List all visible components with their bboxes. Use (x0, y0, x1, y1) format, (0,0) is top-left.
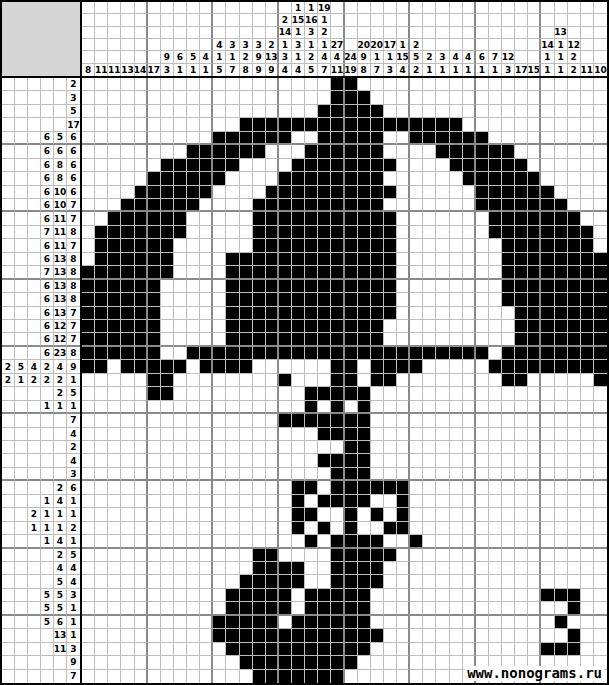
grid-cell[interactable] (253, 387, 266, 400)
grid-cell[interactable] (450, 307, 463, 320)
grid-cell[interactable] (226, 266, 239, 279)
grid-cell[interactable] (450, 266, 463, 279)
grid-cell[interactable] (266, 670, 279, 683)
grid-cell[interactable] (397, 320, 410, 333)
grid-cell[interactable] (331, 293, 344, 306)
grid-cell[interactable] (489, 522, 502, 535)
grid-cell[interactable] (318, 549, 331, 562)
grid-cell[interactable] (384, 656, 397, 669)
grid-cell[interactable] (450, 549, 463, 562)
grid-cell[interactable] (95, 172, 108, 185)
grid-cell[interactable] (108, 481, 121, 494)
grid-cell[interactable] (108, 333, 121, 346)
grid-cell[interactable] (174, 629, 187, 642)
grid-cell[interactable] (371, 522, 384, 535)
grid-cell[interactable] (108, 118, 121, 131)
grid-cell[interactable] (253, 522, 266, 535)
grid-cell[interactable] (358, 347, 371, 360)
grid-cell[interactable] (161, 428, 174, 441)
grid-cell[interactable] (240, 387, 253, 400)
grid-cell[interactable] (555, 266, 568, 279)
grid-cell[interactable] (423, 226, 436, 239)
grid-cell[interactable] (358, 199, 371, 212)
grid-cell[interactable] (397, 629, 410, 642)
grid-cell[interactable] (174, 602, 187, 615)
grid-cell[interactable] (135, 199, 148, 212)
grid-cell[interactable] (489, 360, 502, 373)
grid-cell[interactable] (397, 347, 410, 360)
grid-cell[interactable] (174, 132, 187, 145)
grid-cell[interactable] (253, 535, 266, 548)
grid-cell[interactable] (502, 374, 515, 387)
grid-cell[interactable] (358, 280, 371, 293)
grid-cell[interactable] (463, 374, 476, 387)
grid-cell[interactable] (515, 132, 528, 145)
grid-cell[interactable] (331, 347, 344, 360)
grid-cell[interactable] (541, 105, 554, 118)
grid-cell[interactable] (581, 481, 594, 494)
grid-cell[interactable] (397, 360, 410, 373)
grid-cell[interactable] (161, 199, 174, 212)
grid-cell[interactable] (187, 159, 200, 172)
grid-cell[interactable] (253, 186, 266, 199)
grid-cell[interactable] (568, 293, 581, 306)
grid-cell[interactable] (436, 132, 449, 145)
grid-cell[interactable] (345, 132, 358, 145)
grid-cell[interactable] (174, 105, 187, 118)
grid-cell[interactable] (515, 212, 528, 225)
grid-cell[interactable] (515, 575, 528, 588)
grid-cell[interactable] (581, 602, 594, 615)
grid-cell[interactable] (292, 360, 305, 373)
grid-cell[interactable] (253, 347, 266, 360)
grid-cell[interactable] (253, 468, 266, 481)
grid-cell[interactable] (568, 481, 581, 494)
grid-cell[interactable] (555, 602, 568, 615)
grid-cell[interactable] (410, 374, 423, 387)
grid-cell[interactable] (541, 145, 554, 158)
grid-cell[interactable] (240, 347, 253, 360)
grid-cell[interactable] (581, 347, 594, 360)
grid-cell[interactable] (318, 428, 331, 441)
grid-cell[interactable] (489, 495, 502, 508)
grid-cell[interactable] (555, 508, 568, 521)
grid-cell[interactable] (240, 118, 253, 131)
grid-cell[interactable] (187, 333, 200, 346)
grid-cell[interactable] (253, 199, 266, 212)
grid-cell[interactable] (95, 347, 108, 360)
grid-cell[interactable] (331, 656, 344, 669)
grid-cell[interactable] (187, 616, 200, 629)
grid-cell[interactable] (187, 145, 200, 158)
grid-cell[interactable] (541, 535, 554, 548)
grid-cell[interactable] (502, 307, 515, 320)
grid-cell[interactable] (358, 387, 371, 400)
grid-cell[interactable] (161, 132, 174, 145)
grid-cell[interactable] (541, 575, 554, 588)
grid-cell[interactable] (331, 549, 344, 562)
grid-cell[interactable] (121, 656, 134, 669)
grid-cell[interactable] (266, 91, 279, 104)
grid-cell[interactable] (108, 401, 121, 414)
grid-cell[interactable] (371, 549, 384, 562)
grid-cell[interactable] (174, 199, 187, 212)
grid-cell[interactable] (581, 575, 594, 588)
grid-cell[interactable] (121, 212, 134, 225)
grid-cell[interactable] (253, 118, 266, 131)
grid-cell[interactable] (476, 441, 489, 454)
grid-cell[interactable] (95, 575, 108, 588)
grid-cell[interactable] (279, 280, 292, 293)
grid-cell[interactable] (450, 253, 463, 266)
grid-cell[interactable] (174, 118, 187, 131)
grid-cell[interactable] (528, 132, 541, 145)
grid-cell[interactable] (358, 589, 371, 602)
grid-cell[interactable] (476, 589, 489, 602)
grid-cell[interactable] (213, 428, 226, 441)
grid-cell[interactable] (410, 226, 423, 239)
grid-cell[interactable] (528, 159, 541, 172)
grid-cell[interactable] (292, 91, 305, 104)
grid-cell[interactable] (568, 253, 581, 266)
grid-cell[interactable] (331, 374, 344, 387)
grid-cell[interactable] (463, 562, 476, 575)
grid-cell[interactable] (581, 105, 594, 118)
grid-cell[interactable] (318, 575, 331, 588)
grid-cell[interactable] (436, 656, 449, 669)
grid-cell[interactable] (345, 468, 358, 481)
grid-cell[interactable] (450, 481, 463, 494)
grid-cell[interactable] (148, 145, 161, 158)
grid-cell[interactable] (410, 616, 423, 629)
grid-cell[interactable] (213, 481, 226, 494)
grid-cell[interactable] (555, 535, 568, 548)
grid-cell[interactable] (82, 118, 95, 131)
grid-cell[interactable] (305, 145, 318, 158)
grid-cell[interactable] (82, 333, 95, 346)
grid-cell[interactable] (423, 253, 436, 266)
grid-cell[interactable] (581, 78, 594, 91)
grid-cell[interactable] (200, 266, 213, 279)
grid-cell[interactable] (358, 91, 371, 104)
grid-cell[interactable] (476, 575, 489, 588)
grid-cell[interactable] (305, 616, 318, 629)
grid-cell[interactable] (528, 172, 541, 185)
grid-cell[interactable] (345, 78, 358, 91)
grid-cell[interactable] (594, 602, 607, 615)
grid-cell[interactable] (371, 562, 384, 575)
grid-cell[interactable] (555, 374, 568, 387)
grid-cell[interactable] (135, 535, 148, 548)
grid-cell[interactable] (148, 616, 161, 629)
grid-cell[interactable] (555, 414, 568, 427)
grid-cell[interactable] (358, 374, 371, 387)
grid-cell[interactable] (108, 454, 121, 467)
grid-cell[interactable] (95, 602, 108, 615)
grid-cell[interactable] (82, 549, 95, 562)
grid-cell[interactable] (476, 374, 489, 387)
grid-cell[interactable] (82, 226, 95, 239)
grid-cell[interactable] (305, 575, 318, 588)
grid-cell[interactable] (121, 172, 134, 185)
grid-cell[interactable] (541, 602, 554, 615)
grid-cell[interactable] (266, 589, 279, 602)
grid-cell[interactable] (423, 401, 436, 414)
grid-cell[interactable] (345, 629, 358, 642)
grid-cell[interactable] (292, 616, 305, 629)
grid-cell[interactable] (266, 562, 279, 575)
grid-cell[interactable] (410, 320, 423, 333)
grid-cell[interactable] (384, 145, 397, 158)
grid-cell[interactable] (436, 401, 449, 414)
grid-cell[interactable] (135, 414, 148, 427)
grid-cell[interactable] (384, 253, 397, 266)
grid-cell[interactable] (463, 159, 476, 172)
grid-cell[interactable] (200, 562, 213, 575)
grid-cell[interactable] (82, 266, 95, 279)
grid-cell[interactable] (187, 602, 200, 615)
grid-cell[interactable] (345, 91, 358, 104)
grid-cell[interactable] (266, 549, 279, 562)
grid-cell[interactable] (213, 186, 226, 199)
grid-cell[interactable] (397, 401, 410, 414)
grid-cell[interactable] (318, 280, 331, 293)
grid-cell[interactable] (515, 333, 528, 346)
grid-cell[interactable] (384, 549, 397, 562)
grid-cell[interactable] (436, 535, 449, 548)
grid-cell[interactable] (108, 78, 121, 91)
grid-cell[interactable] (371, 441, 384, 454)
grid-cell[interactable] (82, 629, 95, 642)
grid-cell[interactable] (174, 481, 187, 494)
grid-cell[interactable] (200, 387, 213, 400)
grid-cell[interactable] (161, 226, 174, 239)
grid-cell[interactable] (568, 535, 581, 548)
grid-cell[interactable] (240, 549, 253, 562)
grid-cell[interactable] (305, 333, 318, 346)
grid-cell[interactable] (174, 186, 187, 199)
grid-cell[interactable] (528, 616, 541, 629)
grid-cell[interactable] (594, 307, 607, 320)
grid-cell[interactable] (82, 468, 95, 481)
grid-cell[interactable] (489, 293, 502, 306)
grid-cell[interactable] (318, 401, 331, 414)
grid-cell[interactable] (135, 91, 148, 104)
grid-cell[interactable] (568, 320, 581, 333)
grid-cell[interactable] (384, 212, 397, 225)
grid-cell[interactable] (450, 575, 463, 588)
grid-cell[interactable] (148, 159, 161, 172)
grid-cell[interactable] (279, 656, 292, 669)
grid-cell[interactable] (161, 307, 174, 320)
grid-cell[interactable] (384, 172, 397, 185)
grid-cell[interactable] (594, 132, 607, 145)
grid-cell[interactable] (174, 562, 187, 575)
grid-cell[interactable] (305, 159, 318, 172)
grid-cell[interactable] (266, 226, 279, 239)
grid-cell[interactable] (253, 172, 266, 185)
grid-cell[interactable] (135, 172, 148, 185)
grid-cell[interactable] (95, 374, 108, 387)
grid-cell[interactable] (292, 333, 305, 346)
grid-cell[interactable] (240, 239, 253, 252)
grid-cell[interactable] (253, 91, 266, 104)
grid-cell[interactable] (121, 333, 134, 346)
grid-cell[interactable] (358, 105, 371, 118)
grid-cell[interactable] (318, 199, 331, 212)
grid-cell[interactable] (135, 441, 148, 454)
grid-cell[interactable] (213, 320, 226, 333)
grid-cell[interactable] (371, 643, 384, 656)
grid-cell[interactable] (148, 441, 161, 454)
grid-cell[interactable] (436, 159, 449, 172)
grid-cell[interactable] (82, 78, 95, 91)
grid-cell[interactable] (135, 266, 148, 279)
grid-cell[interactable] (279, 266, 292, 279)
grid-cell[interactable] (436, 307, 449, 320)
grid-cell[interactable] (345, 293, 358, 306)
grid-cell[interactable] (528, 495, 541, 508)
grid-cell[interactable] (187, 414, 200, 427)
grid-cell[interactable] (436, 643, 449, 656)
grid-cell[interactable] (450, 212, 463, 225)
grid-cell[interactable] (555, 172, 568, 185)
grid-cell[interactable] (541, 401, 554, 414)
grid-cell[interactable] (200, 643, 213, 656)
grid-cell[interactable] (502, 428, 515, 441)
grid-cell[interactable] (279, 78, 292, 91)
grid-cell[interactable] (161, 374, 174, 387)
grid-cell[interactable] (174, 643, 187, 656)
grid-cell[interactable] (371, 78, 384, 91)
grid-cell[interactable] (581, 441, 594, 454)
grid-cell[interactable] (581, 199, 594, 212)
grid-cell[interactable] (476, 401, 489, 414)
grid-cell[interactable] (253, 602, 266, 615)
grid-cell[interactable] (174, 535, 187, 548)
grid-cell[interactable] (423, 428, 436, 441)
grid-cell[interactable] (358, 535, 371, 548)
grid-cell[interactable] (423, 199, 436, 212)
grid-cell[interactable] (515, 535, 528, 548)
grid-cell[interactable] (305, 589, 318, 602)
grid-cell[interactable] (200, 199, 213, 212)
grid-cell[interactable] (226, 468, 239, 481)
grid-cell[interactable] (489, 481, 502, 494)
grid-cell[interactable] (331, 441, 344, 454)
grid-cell[interactable] (436, 454, 449, 467)
grid-cell[interactable] (358, 239, 371, 252)
grid-cell[interactable] (200, 629, 213, 642)
grid-cell[interactable] (135, 159, 148, 172)
grid-cell[interactable] (213, 172, 226, 185)
grid-cell[interactable] (148, 280, 161, 293)
grid-cell[interactable] (358, 360, 371, 373)
grid-cell[interactable] (502, 145, 515, 158)
grid-cell[interactable] (515, 414, 528, 427)
grid-cell[interactable] (371, 468, 384, 481)
grid-cell[interactable] (502, 226, 515, 239)
grid-cell[interactable] (266, 414, 279, 427)
grid-cell[interactable] (345, 508, 358, 521)
grid-cell[interactable] (200, 293, 213, 306)
grid-cell[interactable] (463, 347, 476, 360)
grid-cell[interactable] (450, 414, 463, 427)
grid-cell[interactable] (568, 575, 581, 588)
grid-cell[interactable] (135, 118, 148, 131)
grid-cell[interactable] (266, 616, 279, 629)
grid-cell[interactable] (226, 481, 239, 494)
grid-cell[interactable] (135, 78, 148, 91)
grid-cell[interactable] (463, 428, 476, 441)
grid-cell[interactable] (95, 670, 108, 683)
grid-cell[interactable] (463, 575, 476, 588)
grid-cell[interactable] (436, 549, 449, 562)
grid-cell[interactable] (410, 172, 423, 185)
grid-cell[interactable] (226, 428, 239, 441)
grid-cell[interactable] (555, 186, 568, 199)
grid-cell[interactable] (292, 347, 305, 360)
grid-cell[interactable] (240, 522, 253, 535)
grid-cell[interactable] (463, 78, 476, 91)
grid-cell[interactable] (121, 414, 134, 427)
grid-cell[interactable] (397, 670, 410, 683)
grid-cell[interactable] (476, 602, 489, 615)
grid-cell[interactable] (174, 78, 187, 91)
grid-cell[interactable] (384, 266, 397, 279)
grid-cell[interactable] (82, 132, 95, 145)
grid-cell[interactable] (476, 414, 489, 427)
grid-cell[interactable] (463, 91, 476, 104)
grid-cell[interactable] (463, 643, 476, 656)
grid-cell[interactable] (502, 602, 515, 615)
grid-cell[interactable] (292, 320, 305, 333)
grid-cell[interactable] (581, 239, 594, 252)
grid-cell[interactable] (95, 145, 108, 158)
grid-cell[interactable] (489, 91, 502, 104)
grid-cell[interactable] (331, 159, 344, 172)
grid-cell[interactable] (423, 643, 436, 656)
grid-cell[interactable] (423, 172, 436, 185)
grid-cell[interactable] (450, 186, 463, 199)
grid-cell[interactable] (318, 78, 331, 91)
grid-cell[interactable] (476, 481, 489, 494)
grid-cell[interactable] (384, 441, 397, 454)
grid-cell[interactable] (95, 212, 108, 225)
grid-cell[interactable] (541, 212, 554, 225)
grid-cell[interactable] (345, 105, 358, 118)
grid-cell[interactable] (568, 91, 581, 104)
grid-cell[interactable] (174, 360, 187, 373)
grid-cell[interactable] (555, 320, 568, 333)
grid-cell[interactable] (266, 629, 279, 642)
grid-cell[interactable] (318, 616, 331, 629)
grid-cell[interactable] (266, 428, 279, 441)
grid-cell[interactable] (450, 239, 463, 252)
grid-cell[interactable] (423, 522, 436, 535)
grid-cell[interactable] (358, 441, 371, 454)
grid-cell[interactable] (213, 656, 226, 669)
grid-cell[interactable] (266, 132, 279, 145)
grid-cell[interactable] (240, 293, 253, 306)
grid-cell[interactable] (95, 495, 108, 508)
grid-cell[interactable] (279, 616, 292, 629)
grid-cell[interactable] (292, 508, 305, 521)
grid-cell[interactable] (423, 145, 436, 158)
grid-cell[interactable] (397, 293, 410, 306)
grid-cell[interactable] (594, 481, 607, 494)
grid-cell[interactable] (292, 387, 305, 400)
